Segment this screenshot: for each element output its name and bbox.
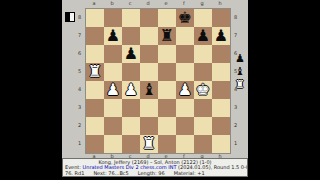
square-e7[interactable]: ♜ [158,27,176,45]
square-b6[interactable] [104,45,122,63]
square-a4[interactable] [86,81,104,99]
captured-material-tray: ♟♝♜ [233,52,247,91]
square-d1[interactable]: ♜ [140,135,158,153]
square-h4[interactable] [212,81,230,99]
square-g8[interactable] [194,9,212,27]
square-d3[interactable] [140,99,158,117]
square-c6[interactable]: ♟ [122,45,140,63]
event-rest: (2024.01.05), Round 1.5 0-0 [177,165,247,170]
square-c5[interactable] [122,63,140,81]
square-d6[interactable] [140,45,158,63]
square-d4[interactable]: ♝ [140,81,158,99]
piece-black-pawn[interactable]: ♟ [122,45,140,63]
event-label: Event: [65,165,83,170]
square-d5[interactable] [140,63,158,81]
square-e3[interactable] [158,99,176,117]
square-f3[interactable] [176,99,194,117]
square-c1[interactable] [122,135,140,153]
piece-white-pawn[interactable]: ♟ [122,81,140,99]
captured-black-bishop-icon: ♝ [235,65,245,78]
piece-white-rook[interactable]: ♜ [140,135,158,153]
last-move-text: 76. Rd1 [65,171,84,177]
rank-label-8: 8 [76,8,83,26]
file-labels-top: abcdefgh [85,0,231,7]
square-e2[interactable] [158,117,176,135]
square-g6[interactable] [194,45,212,63]
rank-label-1: 1 [232,134,239,152]
file-label-h: h [211,0,229,7]
square-c8[interactable] [122,9,140,27]
next-move-text: Next: 76...Bc5 [93,171,128,177]
square-g5[interactable] [194,63,212,81]
piece-white-pawn[interactable]: ♟ [104,81,122,99]
rank-label-1: 1 [76,134,83,152]
square-h3[interactable] [212,99,230,117]
square-h1[interactable] [212,135,230,153]
rank-label-4: 4 [76,80,83,98]
piece-white-pawn[interactable]: ♟ [176,81,194,99]
square-a3[interactable] [86,99,104,117]
square-c2[interactable] [122,117,140,135]
square-f5[interactable] [176,63,194,81]
square-b1[interactable] [104,135,122,153]
piece-white-king[interactable]: ♚ [194,81,212,99]
file-label-g: g [193,0,211,7]
game-length-text: Length: 96 [138,171,165,177]
square-b2[interactable] [104,117,122,135]
stats-line: 76. Rd1 Next: 76...Bc5 Length: 96 Materi… [63,171,247,177]
square-a1[interactable] [86,135,104,153]
square-a8[interactable] [86,9,104,27]
black-to-move-indicator-icon [65,12,75,22]
material-text: Material: +1 [174,171,205,177]
rank-label-2: 2 [232,116,239,134]
square-d8[interactable] [140,9,158,27]
rank-label-7: 7 [232,26,239,44]
square-f6[interactable] [176,45,194,63]
square-g7[interactable]: ♟ [194,27,212,45]
square-f4[interactable]: ♟ [176,81,194,99]
piece-white-rook[interactable]: ♜ [86,63,104,81]
file-label-e: e [157,0,175,7]
file-label-b: b [103,0,121,7]
square-f8[interactable]: ♚ [176,9,194,27]
rank-label-8: 8 [232,8,239,26]
square-h6[interactable] [212,45,230,63]
square-f1[interactable] [176,135,194,153]
square-f2[interactable] [176,117,194,135]
rank-labels-left: 87654321 [76,8,83,154]
game-info-caption: Kong, Jeffery (2169) – Sol, Anton (2122)… [62,158,248,177]
square-a7[interactable] [86,27,104,45]
rank-label-5: 5 [76,62,83,80]
square-c7[interactable] [122,27,140,45]
rank-label-3: 3 [76,98,83,116]
file-label-c: c [121,0,139,7]
captured-black-pawn-icon: ♟ [235,52,245,65]
piece-black-pawn[interactable]: ♟ [104,27,122,45]
square-g1[interactable] [194,135,212,153]
piece-black-rook[interactable]: ♜ [158,27,176,45]
square-b4[interactable]: ♟ [104,81,122,99]
piece-black-king[interactable]: ♚ [176,9,194,27]
viewer-panel: abcdefgh abcdefgh 87654321 87654321 ♚♟♜♟… [62,0,248,180]
rank-label-3: 3 [232,98,239,116]
piece-black-pawn[interactable]: ♟ [194,27,212,45]
square-g2[interactable] [194,117,212,135]
square-c4[interactable]: ♟ [122,81,140,99]
square-h2[interactable] [212,117,230,135]
square-e4[interactable] [158,81,176,99]
square-h7[interactable]: ♟ [212,27,230,45]
rank-label-7: 7 [76,26,83,44]
square-e8[interactable] [158,9,176,27]
event-link[interactable]: Unrated Masters Div 2 chess.com INT [83,165,177,170]
square-d2[interactable] [140,117,158,135]
file-label-d: d [139,0,157,7]
captured-white-rook-icon: ♜ [235,78,245,91]
piece-black-bishop[interactable]: ♝ [140,81,158,99]
square-e6[interactable] [158,45,176,63]
square-b8[interactable] [104,9,122,27]
file-label-a: a [85,0,103,7]
square-c3[interactable] [122,99,140,117]
square-h5[interactable] [212,63,230,81]
thumbnail-root: { "game": "chess", "position": { "fen": … [0,0,320,180]
square-a6[interactable] [86,45,104,63]
square-d7[interactable] [140,27,158,45]
square-h8[interactable] [212,9,230,27]
square-a5[interactable]: ♜ [86,63,104,81]
square-b5[interactable] [104,63,122,81]
square-g3[interactable] [194,99,212,117]
chess-board[interactable]: ♚♟♜♟♟♟♜♟♟♝♟♚♜ [85,8,231,154]
rank-label-6: 6 [76,44,83,62]
piece-black-pawn[interactable]: ♟ [212,27,230,45]
file-label-f: f [175,0,193,7]
rank-label-2: 2 [76,116,83,134]
square-b3[interactable] [104,99,122,117]
square-g4[interactable]: ♚ [194,81,212,99]
square-f7[interactable] [176,27,194,45]
bottom-bar [62,177,248,180]
square-b7[interactable]: ♟ [104,27,122,45]
square-e1[interactable] [158,135,176,153]
square-e5[interactable] [158,63,176,81]
square-a2[interactable] [86,117,104,135]
